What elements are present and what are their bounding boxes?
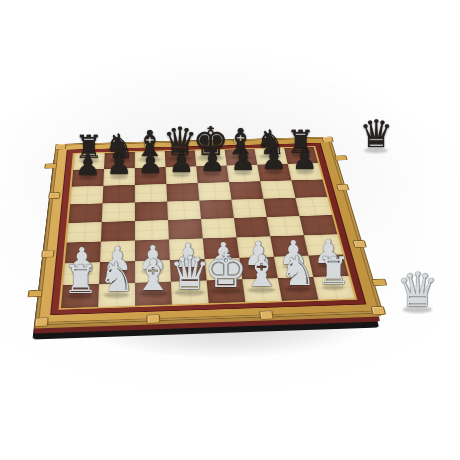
- frame-post: [34, 317, 49, 326]
- frame-corner-tab: [44, 163, 57, 168]
- square-g2: [274, 256, 313, 279]
- frame-corner-tab: [371, 279, 387, 286]
- square-e4: [201, 218, 237, 238]
- frame-post: [259, 311, 274, 320]
- square-b6: [103, 185, 135, 204]
- product-photo-scene: ♜♞♝♛♚♝♞♜♟♟♟♟♟♟♟♟♟♟♟♟♟♟♟♟♜♞♝♛♚♝♞♜♛♛: [0, 0, 460, 460]
- frame-post: [41, 250, 54, 258]
- square-h5: [295, 197, 332, 216]
- square-c1: [135, 282, 172, 306]
- square-d6: [166, 183, 199, 201]
- frame-corner-tab: [28, 290, 43, 297]
- frame-post: [55, 144, 66, 150]
- square-a2: [63, 262, 100, 285]
- square-a4: [67, 222, 102, 243]
- square-d1: [171, 280, 209, 304]
- square-e3: [203, 237, 240, 258]
- square-d4: [168, 219, 203, 239]
- square-h6: [291, 179, 327, 197]
- board-maroon-border: [50, 143, 366, 315]
- square-f6: [229, 181, 263, 199]
- board-grid: [61, 147, 355, 308]
- square-g7: [257, 164, 291, 181]
- square-f7: [227, 165, 260, 182]
- chess-board: [35, 137, 382, 324]
- square-c2: [135, 260, 171, 283]
- square-e7: [196, 166, 229, 184]
- square-b2: [99, 261, 135, 284]
- square-b1: [98, 283, 135, 307]
- square-f8: [225, 149, 258, 166]
- board-inner-frame-line: [59, 146, 358, 310]
- frame-post: [370, 306, 386, 315]
- square-c4: [135, 220, 169, 241]
- square-c6: [135, 184, 167, 203]
- square-b4: [101, 221, 135, 242]
- frame-post: [233, 138, 245, 144]
- frame-post: [146, 314, 160, 323]
- square-b3: [100, 240, 135, 262]
- square-d7: [166, 166, 198, 184]
- square-a7: [72, 169, 104, 187]
- square-f2: [239, 257, 277, 280]
- square-f5: [231, 199, 266, 218]
- square-f1: [242, 278, 282, 302]
- square-e2: [205, 258, 243, 281]
- square-a8: [73, 153, 105, 170]
- square-c5: [135, 202, 168, 221]
- square-b7: [103, 168, 135, 186]
- square-a5: [68, 203, 102, 223]
- square-g5: [263, 198, 299, 217]
- square-c7: [135, 167, 166, 185]
- square-g1: [278, 277, 319, 301]
- square-h4: [299, 215, 337, 235]
- frame-post: [352, 240, 366, 248]
- square-a1: [61, 284, 99, 308]
- square-g3: [270, 235, 308, 256]
- square-g8: [254, 148, 287, 165]
- square-f3: [237, 236, 274, 257]
- square-g6: [260, 180, 295, 198]
- square-e1: [207, 279, 246, 303]
- square-a3: [65, 242, 101, 264]
- square-b8: [104, 152, 135, 169]
- square-e6: [198, 182, 232, 200]
- square-a6: [70, 186, 103, 205]
- frame-post: [144, 141, 155, 147]
- square-c8: [135, 151, 166, 168]
- square-h7: [288, 163, 323, 180]
- square-g4: [267, 216, 304, 236]
- frame-post: [322, 137, 334, 143]
- square-d5: [167, 201, 201, 220]
- frame-corner-tab: [334, 155, 347, 160]
- square-e8: [195, 150, 227, 167]
- square-h2: [308, 254, 348, 276]
- frame-post: [48, 192, 60, 199]
- square-d2: [170, 259, 207, 282]
- square-h3: [304, 234, 343, 255]
- square-d8: [165, 150, 196, 167]
- square-c3: [135, 239, 170, 261]
- square-d3: [169, 238, 205, 260]
- square-f4: [234, 217, 270, 237]
- square-e5: [199, 200, 234, 219]
- board-frame: [35, 137, 382, 324]
- frame-post: [336, 184, 349, 191]
- square-h8: [284, 147, 318, 164]
- square-b5: [102, 202, 135, 222]
- square-h1: [313, 276, 354, 300]
